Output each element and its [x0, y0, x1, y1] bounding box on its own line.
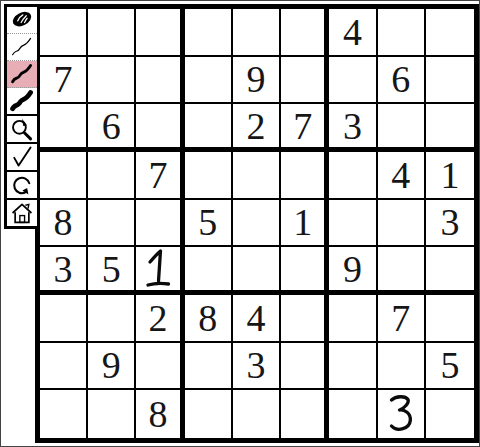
cell-r2c7[interactable] [329, 57, 377, 105]
cell-r5c6[interactable]: 1 [281, 200, 329, 248]
cell-r7c3[interactable]: 2 [136, 295, 184, 343]
cell-r3c1[interactable] [40, 104, 88, 152]
tool-pen-medium-button[interactable] [7, 61, 37, 88]
cell-r5c9[interactable]: 3 [426, 200, 474, 248]
cell-r9c7[interactable] [329, 390, 377, 438]
cell-r6c1[interactable]: 3 [40, 247, 88, 295]
cell-r3c3[interactable] [136, 104, 184, 152]
cell-r6c4[interactable] [185, 247, 233, 295]
cell-r7c6[interactable] [281, 295, 329, 343]
given-digit: 2 [246, 107, 265, 145]
given-digit: 7 [149, 156, 168, 194]
cell-r1c1[interactable] [40, 9, 88, 57]
given-digit: 2 [149, 299, 168, 337]
cell-r6c8[interactable] [378, 247, 426, 295]
tool-pen-thick-button[interactable] [7, 88, 37, 116]
given-digit: 9 [102, 346, 121, 384]
cell-r2c9[interactable] [426, 57, 474, 105]
cell-r1c9[interactable] [426, 9, 474, 57]
given-digit: 1 [440, 156, 459, 194]
cell-r7c5[interactable]: 4 [233, 295, 281, 343]
handwritten-digit-1 [143, 248, 173, 290]
cell-r6c5[interactable] [233, 247, 281, 295]
given-digit: 8 [149, 395, 168, 433]
cell-r4c8[interactable]: 4 [378, 152, 426, 200]
cell-r4c5[interactable] [233, 152, 281, 200]
given-digit: 4 [246, 299, 265, 337]
given-digit: 8 [54, 203, 73, 241]
cell-r2c3[interactable] [136, 57, 184, 105]
cell-r7c2[interactable] [88, 295, 136, 343]
given-digit: 7 [293, 107, 312, 145]
cell-r9c5[interactable] [233, 390, 281, 438]
cell-r1c3[interactable] [136, 9, 184, 57]
cell-r8c4[interactable] [185, 343, 233, 391]
cell-r3c2[interactable]: 6 [88, 104, 136, 152]
cell-r5c7[interactable] [329, 200, 377, 248]
scribble-blob-icon [10, 8, 34, 32]
cell-r1c7[interactable]: 4 [329, 9, 377, 57]
tool-undo-button[interactable] [7, 172, 37, 200]
given-digit: 8 [198, 299, 217, 337]
thick-wavy-stroke-icon [10, 89, 34, 113]
medium-wavy-stroke-icon [10, 62, 34, 86]
given-digit: 4 [391, 156, 410, 194]
cell-r2c6[interactable] [281, 57, 329, 105]
magnifier-pointer-icon [10, 117, 34, 141]
cell-r6c7[interactable]: 9 [329, 247, 377, 295]
cell-r3c7[interactable]: 3 [329, 104, 377, 152]
cell-r9c2[interactable] [88, 390, 136, 438]
home-icon [10, 201, 34, 225]
cell-r9c1[interactable] [40, 390, 88, 438]
cell-r8c6[interactable] [281, 343, 329, 391]
tool-pen-thin-button[interactable] [7, 34, 37, 61]
given-digit: 3 [246, 346, 265, 384]
cell-r4c3[interactable]: 7 [136, 152, 184, 200]
cell-r5c4[interactable]: 5 [185, 200, 233, 248]
given-digit: 9 [246, 60, 265, 98]
cell-r7c1[interactable] [40, 295, 88, 343]
cell-r8c9[interactable]: 5 [426, 343, 474, 391]
cell-r9c4[interactable] [185, 390, 233, 438]
cell-r4c6[interactable] [281, 152, 329, 200]
cell-r2c5[interactable]: 9 [233, 57, 281, 105]
cell-r7c8[interactable]: 7 [378, 295, 426, 343]
cell-r8c8[interactable] [378, 343, 426, 391]
cell-r5c8[interactable] [378, 200, 426, 248]
given-digit: 9 [343, 250, 362, 288]
cell-r2c8[interactable]: 6 [378, 57, 426, 105]
cell-r4c2[interactable] [88, 152, 136, 200]
checkmark-icon [10, 145, 34, 169]
cell-r9c6[interactable] [281, 390, 329, 438]
cell-r7c7[interactable] [329, 295, 377, 343]
given-digit: 5 [198, 203, 217, 241]
handwritten-digit-3 [386, 393, 416, 435]
cell-r2c1[interactable]: 7 [40, 57, 88, 105]
cell-r4c4[interactable] [185, 152, 233, 200]
given-digit: 7 [54, 60, 73, 98]
cell-r6c9[interactable] [426, 247, 474, 295]
given-digit: 3 [54, 250, 73, 288]
cell-r1c5[interactable] [233, 9, 281, 57]
given-digit: 7 [391, 299, 410, 337]
cell-r2c4[interactable] [185, 57, 233, 105]
thin-wavy-stroke-icon [10, 35, 34, 59]
cell-r3c4[interactable] [185, 104, 233, 152]
cell-r1c4[interactable] [185, 9, 233, 57]
cell-r5c5[interactable] [233, 200, 281, 248]
cell-r4c7[interactable] [329, 152, 377, 200]
cell-r8c3[interactable] [136, 343, 184, 391]
cell-r6c6[interactable] [281, 247, 329, 295]
cell-r8c2[interactable]: 9 [88, 343, 136, 391]
pen-toolbar [4, 4, 40, 229]
cell-r9c8[interactable] [378, 390, 426, 438]
cell-r2c2[interactable] [88, 57, 136, 105]
tool-check-button[interactable] [7, 144, 37, 172]
cell-r4c9[interactable]: 1 [426, 152, 474, 200]
cell-r3c8[interactable] [378, 104, 426, 152]
cell-r9c9[interactable] [426, 390, 474, 438]
given-digit: 3 [343, 107, 362, 145]
cell-r5c2[interactable] [88, 200, 136, 248]
app-canvas: 47966273741851335928479358 [0, 0, 480, 447]
given-digit: 1 [293, 203, 312, 241]
cell-r9c3[interactable]: 8 [136, 390, 184, 438]
tool-home-button[interactable] [7, 200, 37, 226]
cell-r7c9[interactable] [426, 295, 474, 343]
cell-r8c1[interactable] [40, 343, 88, 391]
given-digit: 6 [102, 107, 121, 145]
cell-r7c4[interactable]: 8 [185, 295, 233, 343]
sudoku-board: 47966273741851335928479358 [35, 4, 479, 443]
given-digit: 5 [102, 250, 121, 288]
given-digit: 3 [440, 203, 459, 241]
cell-r1c2[interactable] [88, 9, 136, 57]
cell-r5c3[interactable] [136, 200, 184, 248]
given-digit: 4 [343, 13, 362, 51]
cell-r4c1[interactable] [40, 152, 88, 200]
cell-r8c5[interactable]: 3 [233, 343, 281, 391]
cell-r3c5[interactable]: 2 [233, 104, 281, 152]
cell-r3c9[interactable] [426, 104, 474, 152]
cell-r1c6[interactable] [281, 9, 329, 57]
tool-scribble-fill-button[interactable] [7, 7, 37, 34]
cell-r6c3[interactable] [136, 247, 184, 295]
cell-r5c1[interactable]: 8 [40, 200, 88, 248]
tool-zoom-button[interactable] [7, 116, 37, 144]
cell-r8c7[interactable] [329, 343, 377, 391]
given-digit: 6 [391, 60, 410, 98]
given-digit: 5 [440, 346, 459, 384]
cell-r1c8[interactable] [378, 9, 426, 57]
undo-arrow-icon [10, 173, 34, 197]
cell-r3c6[interactable]: 7 [281, 104, 329, 152]
cell-r6c2[interactable]: 5 [88, 247, 136, 295]
